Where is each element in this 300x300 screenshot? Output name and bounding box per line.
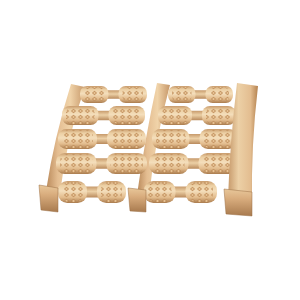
spiked-roller xyxy=(186,181,218,203)
frame-rail-front xyxy=(228,83,258,204)
spiked-roller xyxy=(168,86,196,103)
spiked-roller xyxy=(80,86,109,103)
spiked-roller xyxy=(97,181,126,203)
spiked-roller xyxy=(149,153,189,174)
roller-nubs xyxy=(113,107,142,124)
roller-nubs xyxy=(62,182,83,202)
spiked-roller xyxy=(56,153,97,174)
spiked-roller xyxy=(202,106,236,125)
spiked-roller xyxy=(107,129,146,149)
middle-foot xyxy=(128,188,146,212)
right-rail xyxy=(228,83,258,204)
roller-nubs xyxy=(153,154,185,173)
roller-nubs xyxy=(206,107,232,124)
roller-nubs xyxy=(60,154,93,173)
roller-nubs xyxy=(111,130,142,148)
roller-nubs xyxy=(62,130,93,148)
roller-nubs xyxy=(156,130,186,148)
left-foot xyxy=(39,185,58,212)
spiked-roller xyxy=(206,86,234,103)
spiked-roller xyxy=(152,129,190,149)
roller-nubs xyxy=(172,87,192,102)
product-photo xyxy=(0,0,300,300)
spiked-roller xyxy=(158,106,192,125)
right-foot xyxy=(224,189,252,216)
roller-nubs xyxy=(66,107,95,124)
spiked-roller xyxy=(58,181,87,203)
roller-nubs xyxy=(101,182,122,202)
roller-nubs xyxy=(203,154,235,173)
spiked-roller xyxy=(144,181,176,203)
roller-nubs xyxy=(111,154,144,173)
spiked-roller xyxy=(62,106,99,125)
roller-nubs xyxy=(190,182,214,202)
roller-nubs xyxy=(148,182,172,202)
spiked-roller xyxy=(119,86,148,103)
wooden-foot-massager xyxy=(0,0,300,300)
roller-nubs xyxy=(162,107,188,124)
spiked-roller xyxy=(107,153,148,174)
roller-nubs xyxy=(123,87,144,102)
spiked-roller xyxy=(109,106,146,125)
roller-nubs xyxy=(84,87,105,102)
spiked-roller xyxy=(58,129,97,149)
roller-nubs xyxy=(210,87,230,102)
roller-nubs xyxy=(204,130,234,148)
